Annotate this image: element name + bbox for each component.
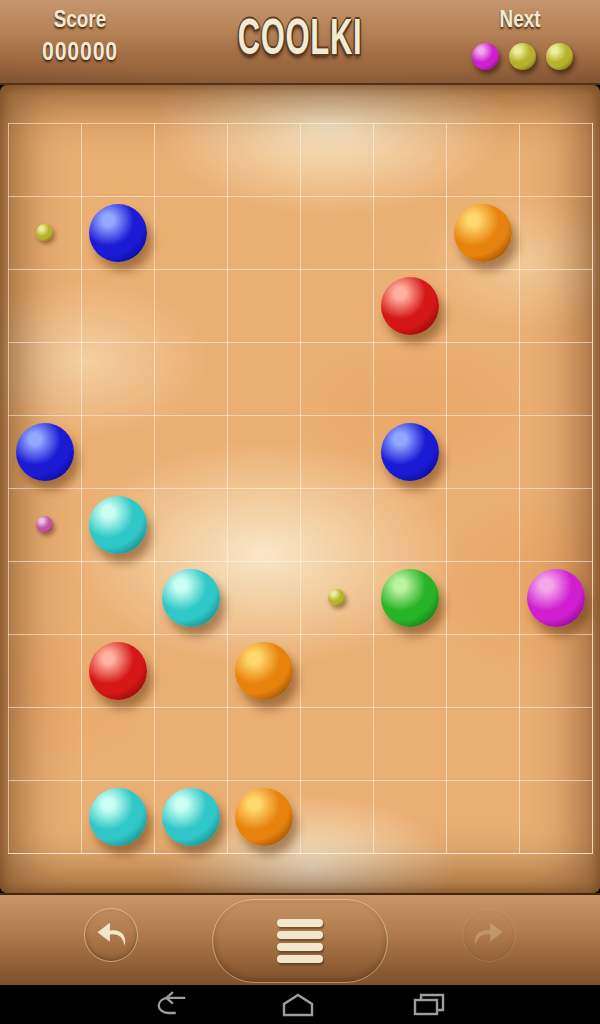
ball-cyan-r9c2[interactable]: [162, 788, 220, 846]
next-label: Next: [454, 6, 585, 33]
android-navbar: [0, 985, 600, 1024]
ball-blue-r4c5[interactable]: [381, 423, 439, 481]
ball-cyan-r9c1[interactable]: [89, 788, 147, 846]
next-ball-yellow: [546, 43, 573, 70]
ball-orange-r9c3[interactable]: [235, 788, 293, 846]
ball-pink-r5c0[interactable]: [36, 516, 53, 533]
next-queue: [472, 43, 573, 70]
ball-magenta-r6c7[interactable]: [527, 569, 585, 627]
android-home-button[interactable]: [281, 985, 315, 1024]
ball-blue-r1c1[interactable]: [89, 204, 147, 262]
toolbar: [0, 893, 600, 985]
ball-yellow-r1c0[interactable]: [36, 224, 53, 241]
ball-orange-r7c3[interactable]: [235, 642, 293, 700]
undo-arrow-icon: [93, 917, 129, 953]
hamburger-icon: [277, 919, 323, 927]
next-ball-magenta: [472, 43, 499, 70]
game-board[interactable]: [0, 85, 600, 893]
ball-red-r7c1[interactable]: [89, 642, 147, 700]
next-block: Next: [440, 6, 600, 33]
menu-button[interactable]: [212, 899, 388, 983]
header-bar: Score 000000 COOLKI Next: [0, 0, 600, 85]
ball-blue-r4c0[interactable]: [16, 423, 74, 481]
ball-yellow-r6c4[interactable]: [328, 589, 345, 606]
redo-button[interactable]: [462, 908, 516, 962]
redo-arrow-icon: [471, 917, 507, 953]
android-recents-button[interactable]: [412, 985, 445, 1024]
android-back-button[interactable]: [154, 985, 190, 1024]
page-title: COOLKI: [114, 8, 486, 66]
ball-red-r2c5[interactable]: [381, 277, 439, 335]
ball-cyan-r5c1[interactable]: [89, 496, 147, 554]
undo-button[interactable]: [84, 908, 138, 962]
next-ball-yellow: [509, 43, 536, 70]
android-back-icon: [155, 991, 189, 1018]
ball-orange-r1c6[interactable]: [454, 204, 512, 262]
android-recents-icon: [412, 992, 445, 1017]
android-home-icon: [281, 992, 315, 1017]
ball-green-r6c5[interactable]: [381, 569, 439, 627]
app-screen: Score 000000 COOLKI Next: [0, 0, 600, 1024]
ball-cyan-r6c2[interactable]: [162, 569, 220, 627]
